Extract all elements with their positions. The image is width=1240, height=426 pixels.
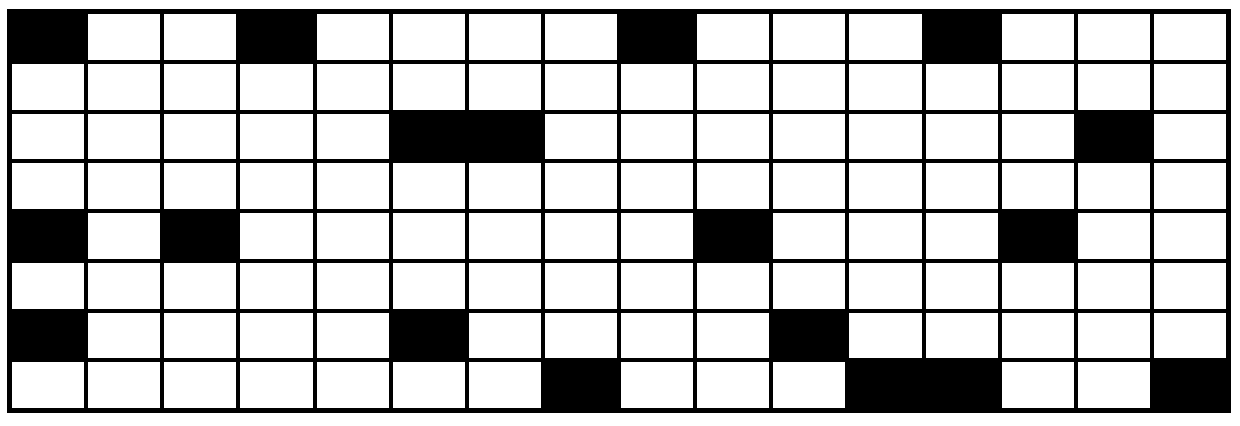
empty-cell-r4c6[interactable] xyxy=(393,163,465,209)
empty-cell-r6c11[interactable] xyxy=(773,263,845,309)
empty-cell-r7c5[interactable] xyxy=(317,313,389,359)
empty-cell-r2c4[interactable] xyxy=(240,64,312,110)
empty-cell-r5c15[interactable] xyxy=(1078,213,1150,259)
empty-cell-r3c2[interactable] xyxy=(88,114,160,160)
empty-cell-r8c5[interactable] xyxy=(317,362,389,408)
empty-cell-r2c14[interactable] xyxy=(1002,64,1074,110)
empty-cell-r4c1[interactable] xyxy=(12,163,84,209)
blocked-cell-r3c15 xyxy=(1078,114,1150,160)
empty-cell-r3c10[interactable] xyxy=(697,114,769,160)
empty-cell-r1c5[interactable] xyxy=(317,14,389,60)
empty-cell-r6c8[interactable] xyxy=(545,263,617,309)
empty-cell-r4c9[interactable] xyxy=(621,163,693,209)
blocked-cell-r8c8 xyxy=(545,362,617,408)
empty-cell-r6c15[interactable] xyxy=(1078,263,1150,309)
empty-cell-r2c5[interactable] xyxy=(317,64,389,110)
empty-cell-r2c1[interactable] xyxy=(12,64,84,110)
empty-cell-r7c4[interactable] xyxy=(240,313,312,359)
empty-cell-r8c4[interactable] xyxy=(240,362,312,408)
empty-cell-r8c14[interactable] xyxy=(1002,362,1074,408)
empty-cell-r7c14[interactable] xyxy=(1002,313,1074,359)
empty-cell-r2c6[interactable] xyxy=(393,64,465,110)
empty-cell-r8c6[interactable] xyxy=(393,362,465,408)
empty-cell-r2c16[interactable] xyxy=(1154,64,1226,110)
empty-cell-r1c11[interactable] xyxy=(773,14,845,60)
empty-cell-r6c9[interactable] xyxy=(621,263,693,309)
empty-cell-r8c15[interactable] xyxy=(1078,362,1150,408)
page-background xyxy=(0,0,1240,426)
puzzle-grid xyxy=(7,9,1231,413)
blocked-cell-r1c13 xyxy=(926,14,998,60)
empty-cell-r5c13[interactable] xyxy=(926,213,998,259)
empty-cell-r2c8[interactable] xyxy=(545,64,617,110)
blocked-cell-r3c7 xyxy=(469,114,541,160)
empty-cell-r3c1[interactable] xyxy=(12,114,84,160)
empty-cell-r3c16[interactable] xyxy=(1154,114,1226,160)
empty-cell-r4c14[interactable] xyxy=(1002,163,1074,209)
empty-cell-r2c2[interactable] xyxy=(88,64,160,110)
empty-cell-r3c14[interactable] xyxy=(1002,114,1074,160)
blocked-cell-r7c1 xyxy=(12,313,84,359)
empty-cell-r5c2[interactable] xyxy=(88,213,160,259)
empty-cell-r7c3[interactable] xyxy=(164,313,236,359)
empty-cell-r4c5[interactable] xyxy=(317,163,389,209)
empty-cell-r3c5[interactable] xyxy=(317,114,389,160)
blocked-cell-r7c11 xyxy=(773,313,845,359)
blocked-cell-r5c10 xyxy=(697,213,769,259)
empty-cell-r8c7[interactable] xyxy=(469,362,541,408)
empty-cell-r4c2[interactable] xyxy=(88,163,160,209)
empty-cell-r8c9[interactable] xyxy=(621,362,693,408)
empty-cell-r4c4[interactable] xyxy=(240,163,312,209)
empty-cell-r7c9[interactable] xyxy=(621,313,693,359)
empty-cell-r7c10[interactable] xyxy=(697,313,769,359)
empty-cell-r6c4[interactable] xyxy=(240,263,312,309)
empty-cell-r4c13[interactable] xyxy=(926,163,998,209)
blocked-cell-r3c6 xyxy=(393,114,465,160)
empty-cell-r2c9[interactable] xyxy=(621,64,693,110)
empty-cell-r8c10[interactable] xyxy=(697,362,769,408)
empty-cell-r4c15[interactable] xyxy=(1078,163,1150,209)
empty-cell-r8c1[interactable] xyxy=(12,362,84,408)
empty-cell-r3c9[interactable] xyxy=(621,114,693,160)
blocked-cell-r5c1 xyxy=(12,213,84,259)
empty-cell-r3c3[interactable] xyxy=(164,114,236,160)
empty-cell-r5c16[interactable] xyxy=(1154,213,1226,259)
empty-cell-r6c12[interactable] xyxy=(849,263,921,309)
empty-cell-r2c13[interactable] xyxy=(926,64,998,110)
empty-cell-r5c9[interactable] xyxy=(621,213,693,259)
empty-cell-r2c15[interactable] xyxy=(1078,64,1150,110)
empty-cell-r6c6[interactable] xyxy=(393,263,465,309)
blocked-cell-r7c6 xyxy=(393,313,465,359)
empty-cell-r2c7[interactable] xyxy=(469,64,541,110)
empty-cell-r6c16[interactable] xyxy=(1154,263,1226,309)
empty-cell-r6c14[interactable] xyxy=(1002,263,1074,309)
blocked-cell-r1c4 xyxy=(240,14,312,60)
empty-cell-r7c7[interactable] xyxy=(469,313,541,359)
empty-cell-r2c12[interactable] xyxy=(849,64,921,110)
empty-cell-r7c15[interactable] xyxy=(1078,313,1150,359)
empty-cell-r4c12[interactable] xyxy=(849,163,921,209)
empty-cell-r1c2[interactable] xyxy=(88,14,160,60)
empty-cell-r7c16[interactable] xyxy=(1154,313,1226,359)
empty-cell-r8c3[interactable] xyxy=(164,362,236,408)
empty-cell-r1c10[interactable] xyxy=(697,14,769,60)
blocked-cell-r1c9 xyxy=(621,14,693,60)
empty-cell-r5c7[interactable] xyxy=(469,213,541,259)
empty-cell-r1c12[interactable] xyxy=(849,14,921,60)
empty-cell-r6c1[interactable] xyxy=(12,263,84,309)
empty-cell-r2c11[interactable] xyxy=(773,64,845,110)
empty-cell-r6c5[interactable] xyxy=(317,263,389,309)
empty-cell-r5c4[interactable] xyxy=(240,213,312,259)
empty-cell-r5c12[interactable] xyxy=(849,213,921,259)
empty-cell-r5c5[interactable] xyxy=(317,213,389,259)
empty-cell-r6c13[interactable] xyxy=(926,263,998,309)
empty-cell-r2c3[interactable] xyxy=(164,64,236,110)
empty-cell-r1c3[interactable] xyxy=(164,14,236,60)
empty-cell-r1c15[interactable] xyxy=(1078,14,1150,60)
empty-cell-r4c11[interactable] xyxy=(773,163,845,209)
empty-cell-r7c2[interactable] xyxy=(88,313,160,359)
empty-cell-r4c8[interactable] xyxy=(545,163,617,209)
blocked-cell-r8c13 xyxy=(926,362,998,408)
blocked-cell-r8c16 xyxy=(1154,362,1226,408)
empty-cell-r4c3[interactable] xyxy=(164,163,236,209)
empty-cell-r8c2[interactable] xyxy=(88,362,160,408)
empty-cell-r8c11[interactable] xyxy=(773,362,845,408)
empty-cell-r1c16[interactable] xyxy=(1154,14,1226,60)
empty-cell-r4c16[interactable] xyxy=(1154,163,1226,209)
empty-cell-r7c12[interactable] xyxy=(849,313,921,359)
blocked-cell-r5c14 xyxy=(1002,213,1074,259)
empty-cell-r4c7[interactable] xyxy=(469,163,541,209)
blocked-cell-r8c12 xyxy=(849,362,921,408)
empty-cell-r6c7[interactable] xyxy=(469,263,541,309)
blocked-cell-r5c3 xyxy=(164,213,236,259)
empty-cell-r3c12[interactable] xyxy=(849,114,921,160)
empty-cell-r5c11[interactable] xyxy=(773,213,845,259)
blocked-cell-r1c1 xyxy=(12,14,84,60)
empty-cell-r5c8[interactable] xyxy=(545,213,617,259)
empty-cell-r6c10[interactable] xyxy=(697,263,769,309)
empty-cell-r7c13[interactable] xyxy=(926,313,998,359)
empty-cell-r1c14[interactable] xyxy=(1002,14,1074,60)
empty-cell-r5c6[interactable] xyxy=(393,213,465,259)
empty-cell-r2c10[interactable] xyxy=(697,64,769,110)
empty-cell-r6c2[interactable] xyxy=(88,263,160,309)
empty-cell-r1c6[interactable] xyxy=(393,14,465,60)
empty-cell-r3c11[interactable] xyxy=(773,114,845,160)
empty-cell-r6c3[interactable] xyxy=(164,263,236,309)
empty-cell-r3c8[interactable] xyxy=(545,114,617,160)
empty-cell-r1c7[interactable] xyxy=(469,14,541,60)
empty-cell-r1c8[interactable] xyxy=(545,14,617,60)
empty-cell-r7c8[interactable] xyxy=(545,313,617,359)
empty-cell-r3c13[interactable] xyxy=(926,114,998,160)
empty-cell-r3c4[interactable] xyxy=(240,114,312,160)
empty-cell-r4c10[interactable] xyxy=(697,163,769,209)
